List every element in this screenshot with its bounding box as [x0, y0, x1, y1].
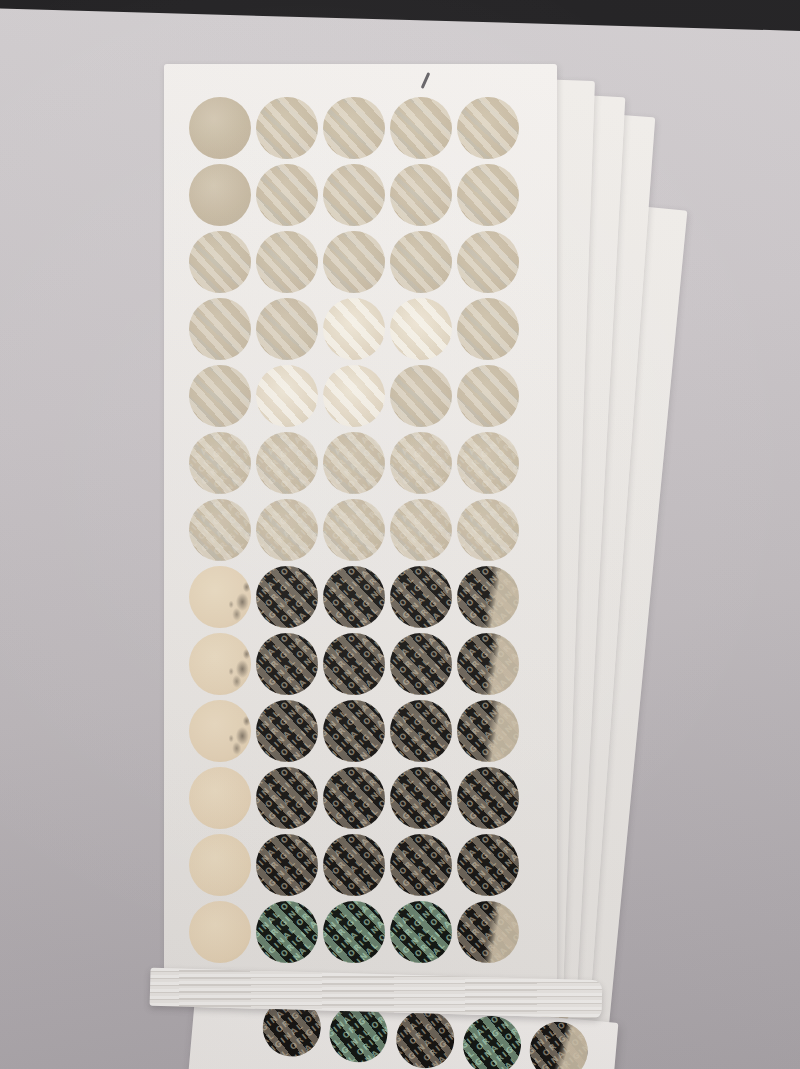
sticker-cream [189, 767, 251, 829]
microtext-original: ORIGINAL ORIGINAL ORIGINAL ORIGINAL ORIG… [390, 432, 452, 494]
sticker-dark-original: ORIGINAL ORIGINAL ORIGINAL ORIGINAL ORIG… [256, 633, 318, 695]
sticker-light [457, 298, 519, 360]
microtext-original: ORIGINAL ORIGINAL ORIGINAL ORIGINAL ORIG… [323, 901, 385, 963]
sticker-light [390, 365, 452, 427]
microtext-original: ORIGINAL ORIGINAL ORIGINAL ORIGINAL ORIG… [457, 633, 519, 695]
microtext-original: ORIGINAL ORIGINAL ORIGINAL ORIGINAL ORIG… [390, 834, 452, 896]
sticker-dark-original: ORIGINAL ORIGINAL ORIGINAL ORIGINAL ORIG… [323, 633, 385, 695]
microtext-original: ORIGINAL ORIGINAL ORIGINAL ORIGINAL ORIG… [256, 566, 318, 628]
microtext-original: ORIGINAL ORIGINAL ORIGINAL ORIGINAL ORIG… [457, 432, 519, 494]
sticker-dark-original: ORIGINAL ORIGINAL ORIGINAL ORIGINAL ORIG… [256, 767, 318, 829]
microtext-original: ORIGINAL ORIGINAL ORIGINAL ORIGINAL ORIG… [323, 700, 385, 762]
sticker-light [457, 365, 519, 427]
sticker-dark-original: ORIGINAL ORIGINAL ORIGINAL ORIGINAL ORIG… [394, 1008, 457, 1069]
microtext-original: ORIGINAL ORIGINAL ORIGINAL ORIGINAL ORIG… [256, 432, 318, 494]
sticker-light [323, 97, 385, 159]
microtext-original: ORIGINAL ORIGINAL ORIGINAL ORIGINAL ORIG… [189, 432, 251, 494]
sticker-light: ORIGINAL ORIGINAL ORIGINAL ORIGINAL ORIG… [457, 499, 519, 561]
sticker-light: ORIGINAL ORIGINAL ORIGINAL ORIGINAL ORIG… [323, 499, 385, 561]
microtext-original: ORIGINAL ORIGINAL ORIGINAL ORIGINAL ORIG… [256, 499, 318, 561]
sticker-light [323, 231, 385, 293]
sticker-dark-green: ORIGINAL ORIGINAL ORIGINAL ORIGINAL ORIG… [323, 901, 385, 963]
sticker-dark-original: ORIGINAL ORIGINAL ORIGINAL ORIGINAL ORIG… [323, 700, 385, 762]
microtext-original: ORIGINAL ORIGINAL ORIGINAL ORIGINAL ORIG… [323, 834, 385, 896]
microtext-original: ORIGINAL ORIGINAL ORIGINAL ORIGINAL ORIG… [390, 499, 452, 561]
sticker-dark-original: ORIGINAL ORIGINAL ORIGINAL ORIGINAL ORIG… [323, 834, 385, 896]
sticker-light: ORIGINAL ORIGINAL ORIGINAL ORIGINAL ORIG… [189, 499, 251, 561]
sticker-dark-original: ORIGINAL ORIGINAL ORIGINAL ORIGINAL ORIG… [457, 834, 519, 896]
sticker-dark-original: ORIGINAL ORIGINAL ORIGINAL ORIGINAL ORIG… [390, 566, 452, 628]
sticker-dark-partial: ORIGINAL ORIGINAL ORIGINAL ORIGINAL ORIG… [457, 633, 519, 695]
sticker-plain-light [189, 97, 251, 159]
microtext-original: ORIGINAL ORIGINAL ORIGINAL ORIGINAL ORIG… [457, 834, 519, 896]
microtext-original: ORIGINAL ORIGINAL ORIGINAL ORIGINAL ORIG… [390, 901, 452, 963]
sticker-light [256, 298, 318, 360]
sticker-dark-green: ORIGINAL ORIGINAL ORIGINAL ORIGINAL ORIG… [461, 1014, 524, 1069]
sticker-light [390, 231, 452, 293]
sticker-light [189, 365, 251, 427]
microtext-original: ORIGINAL ORIGINAL ORIGINAL ORIGINAL ORIG… [256, 767, 318, 829]
sticker-light [457, 231, 519, 293]
sticker-dark-original: ORIGINAL ORIGINAL ORIGINAL ORIGINAL ORIG… [457, 767, 519, 829]
microtext-original: ORIGINAL ORIGINAL ORIGINAL ORIGINAL ORIG… [390, 700, 452, 762]
sticker-dark-original: ORIGINAL ORIGINAL ORIGINAL ORIGINAL ORIG… [390, 767, 452, 829]
sticker-bright [390, 298, 452, 360]
sticker-light: ORIGINAL ORIGINAL ORIGINAL ORIGINAL ORIG… [390, 499, 452, 561]
microtext-original: ORIGINAL ORIGINAL ORIGINAL ORIGINAL ORIG… [323, 566, 385, 628]
sticker-dark-green: ORIGINAL ORIGINAL ORIGINAL ORIGINAL ORIG… [256, 901, 318, 963]
sticker-light: ORIGINAL ORIGINAL ORIGINAL ORIGINAL ORIG… [323, 432, 385, 494]
microtext-original: ORIGINAL ORIGINAL ORIGINAL ORIGINAL ORIG… [256, 901, 318, 963]
microtext-original: ORIGINAL ORIGINAL ORIGINAL ORIGINAL ORIG… [527, 1019, 590, 1069]
sticker-dark-original: ORIGINAL ORIGINAL ORIGINAL ORIGINAL ORIG… [256, 700, 318, 762]
microtext-original: ORIGINAL ORIGINAL ORIGINAL ORIGINAL ORIG… [390, 566, 452, 628]
sticker-light [189, 231, 251, 293]
main-sticker-sheet: ORIGINAL ORIGINAL ORIGINAL ORIGINAL ORIG… [164, 64, 557, 986]
microtext-original: ORIGINAL ORIGINAL ORIGINAL ORIGINAL ORIG… [457, 700, 519, 762]
sticker-dark-original: ORIGINAL ORIGINAL ORIGINAL ORIGINAL ORIG… [323, 566, 385, 628]
sticker-light [390, 164, 452, 226]
sticker-light [189, 298, 251, 360]
microtext-original: ORIGINAL ORIGINAL ORIGINAL ORIGINAL ORIG… [457, 566, 519, 628]
sticker-dark-original: ORIGINAL ORIGINAL ORIGINAL ORIGINAL ORIG… [323, 767, 385, 829]
sticker-bright [323, 365, 385, 427]
sticker-dark-partial: ORIGINAL ORIGINAL ORIGINAL ORIGINAL ORIG… [457, 901, 519, 963]
sticker-light [390, 97, 452, 159]
sticker-light [256, 97, 318, 159]
microtext-original: ORIGINAL ORIGINAL ORIGINAL ORIGINAL ORIG… [323, 767, 385, 829]
microtext-original: ORIGINAL ORIGINAL ORIGINAL ORIGINAL ORIG… [390, 767, 452, 829]
sticker-light [323, 164, 385, 226]
sticker-dark-partial: ORIGINAL ORIGINAL ORIGINAL ORIGINAL ORIG… [457, 566, 519, 628]
microtext-original: ORIGINAL ORIGINAL ORIGINAL ORIGINAL ORIG… [323, 432, 385, 494]
sticker-cream-speckled [189, 566, 251, 628]
microtext-original: ORIGINAL ORIGINAL ORIGINAL ORIGINAL ORIG… [256, 834, 318, 896]
sticker-cream-speckled [189, 700, 251, 762]
sticker-light [457, 164, 519, 226]
microtext-original: ORIGINAL ORIGINAL ORIGINAL ORIGINAL ORIG… [457, 499, 519, 561]
sticker-light: ORIGINAL ORIGINAL ORIGINAL ORIGINAL ORIG… [189, 432, 251, 494]
sticker-grid: ORIGINAL ORIGINAL ORIGINAL ORIGINAL ORIG… [164, 64, 557, 965]
sticker-bright [256, 365, 318, 427]
sticker-light: ORIGINAL ORIGINAL ORIGINAL ORIGINAL ORIG… [457, 432, 519, 494]
sticker-cream [189, 834, 251, 896]
microtext-original: ORIGINAL ORIGINAL ORIGINAL ORIGINAL ORIG… [323, 633, 385, 695]
microtext-original: ORIGINAL ORIGINAL ORIGINAL ORIGINAL ORIG… [457, 767, 519, 829]
sticker-dark-original: ORIGINAL ORIGINAL ORIGINAL ORIGINAL ORIG… [390, 834, 452, 896]
microtext-original: ORIGINAL ORIGINAL ORIGINAL ORIGINAL ORIG… [256, 700, 318, 762]
sticker-dark-green: ORIGINAL ORIGINAL ORIGINAL ORIGINAL ORIG… [390, 901, 452, 963]
sticker-dark-partial: ORIGINAL ORIGINAL ORIGINAL ORIGINAL ORIG… [457, 700, 519, 762]
sticker-light: ORIGINAL ORIGINAL ORIGINAL ORIGINAL ORIG… [256, 432, 318, 494]
sticker-dark-original: ORIGINAL ORIGINAL ORIGINAL ORIGINAL ORIG… [256, 566, 318, 628]
sticker-light [457, 97, 519, 159]
sticker-plain-light [189, 164, 251, 226]
sticker-light [256, 231, 318, 293]
microtext-original: ORIGINAL ORIGINAL ORIGINAL ORIGINAL ORIG… [390, 633, 452, 695]
sticker-dark-original: ORIGINAL ORIGINAL ORIGINAL ORIGINAL ORIG… [256, 834, 318, 896]
sticker-light: ORIGINAL ORIGINAL ORIGINAL ORIGINAL ORIG… [256, 499, 318, 561]
sticker-light: ORIGINAL ORIGINAL ORIGINAL ORIGINAL ORIG… [390, 432, 452, 494]
sticker-dark-original: ORIGINAL ORIGINAL ORIGINAL ORIGINAL ORIG… [390, 700, 452, 762]
photo-scene: ORIGINAL ORIGINAL ORIGINAL ORIGINAL ORIG… [0, 0, 800, 1069]
sticker-light [256, 164, 318, 226]
microtext-original: ORIGINAL ORIGINAL ORIGINAL ORIGINAL ORIG… [323, 499, 385, 561]
sticker-cream-speckled [189, 633, 251, 695]
sticker-bright [323, 298, 385, 360]
microtext-original: ORIGINAL ORIGINAL ORIGINAL ORIGINAL ORIG… [256, 633, 318, 695]
table-edge-band [0, 0, 800, 32]
sticker-dark-partial: ORIGINAL ORIGINAL ORIGINAL ORIGINAL ORIG… [527, 1019, 590, 1069]
sticker-dark-original: ORIGINAL ORIGINAL ORIGINAL ORIGINAL ORIG… [390, 633, 452, 695]
microtext-original: ORIGINAL ORIGINAL ORIGINAL ORIGINAL ORIG… [457, 901, 519, 963]
sticker-cream [189, 901, 251, 963]
microtext-original: ORIGINAL ORIGINAL ORIGINAL ORIGINAL ORIG… [461, 1014, 524, 1069]
microtext-original: ORIGINAL ORIGINAL ORIGINAL ORIGINAL ORIG… [189, 499, 251, 561]
microtext-original: ORIGINAL ORIGINAL ORIGINAL ORIGINAL ORIG… [394, 1008, 457, 1069]
